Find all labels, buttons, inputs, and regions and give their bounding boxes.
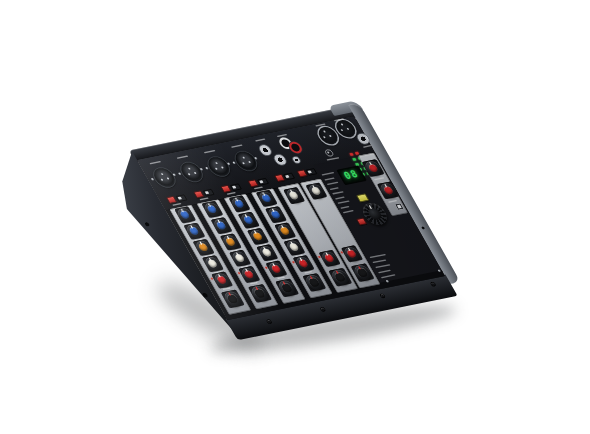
meter-led: [355, 152, 359, 155]
meter-led: [349, 153, 353, 156]
main-mix-knob-cap: [382, 185, 394, 195]
slide-switch-ch1-nub: [178, 197, 182, 200]
eq-high-knob-ch2-cap: [215, 221, 227, 230]
eq-low-knob-ch1-cap: [207, 259, 219, 268]
slide-switch-ch2-nub: [205, 191, 209, 194]
slide-switch-ch78-nub: [307, 170, 311, 173]
gain-knob-ch3-cap: [233, 199, 245, 208]
eq-low-knob-ch3-cap: [261, 248, 273, 257]
combo-input-ch1-pin: [167, 177, 170, 179]
screw: [262, 192, 265, 194]
eq-mid-knob-ch3-cap: [252, 232, 264, 241]
level-knob-ch4-cap: [307, 277, 320, 287]
gain-knob-ch1-cap: [179, 210, 191, 219]
main-out-xlr-right-pin: [341, 123, 344, 125]
main-out-xlr-left-pin: [323, 136, 326, 138]
eq-mid-knob-ch2-cap: [225, 237, 237, 246]
product-photo-canvas: 08: [0, 0, 590, 434]
eq-mid-knob-ch1-cap: [197, 243, 209, 252]
level-knob-ch56-cap: [333, 272, 346, 282]
level-knob-ch2-cap: [253, 288, 266, 298]
meter-led: [352, 158, 356, 161]
eq-low-knob-ch4-cap: [288, 243, 300, 252]
combo-input-ch3-pin: [215, 162, 218, 164]
combo-input-ch2-pin: [194, 172, 197, 174]
balance-knob-ch56-cap: [288, 191, 300, 200]
eq-low-knob-ch2-cap: [234, 253, 246, 262]
gain-knob-ch2-cap: [206, 205, 218, 214]
phones-level-knob-cap: [367, 163, 379, 173]
fx-send-knob-ch4-cap: [297, 259, 309, 268]
combo-input-ch4-pin: [242, 162, 245, 164]
screw: [431, 282, 436, 286]
screw: [267, 320, 272, 324]
fx-send-knob-ch3-cap: [270, 264, 282, 273]
combo-input-ch4-pin: [248, 161, 251, 163]
combo-input-ch1-pin: [161, 173, 164, 175]
eq-high-knob-ch1-cap: [188, 226, 200, 235]
level-knob-ch3-cap: [280, 283, 293, 293]
eq-high-knob-ch3-cap: [243, 215, 255, 224]
eq-high-knob-ch4-cap: [270, 210, 282, 219]
screw: [380, 294, 385, 298]
screw: [320, 307, 325, 311]
level-knob-ch78-cap: [356, 267, 369, 277]
balance-knob-ch78-cap: [310, 186, 322, 195]
combo-input-ch2-pin: [188, 168, 191, 170]
slide-switch-ch56-nub: [285, 175, 289, 178]
fx-send-knob-ch1-cap: [216, 275, 228, 284]
fx-send-knob-ch2-cap: [243, 270, 255, 279]
eq-mid-knob-ch4-cap: [279, 226, 291, 235]
fx-send-knob-ch78-cap: [346, 249, 358, 258]
slide-switch-ch3-nub: [232, 186, 236, 189]
side-port-hole: [144, 222, 150, 226]
combo-input-ch3-pin: [221, 166, 224, 168]
slide-switch-ch4-nub: [259, 180, 263, 183]
level-knob-ch1-cap: [226, 294, 239, 304]
side-port-hole: [421, 226, 425, 229]
gain-knob-ch4-cap: [260, 194, 272, 203]
screw: [235, 198, 238, 200]
fx-send-knob-ch56-cap: [323, 254, 335, 263]
